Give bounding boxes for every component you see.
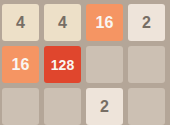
tile-2-r1c4: 2: [128, 4, 165, 41]
tile-16-r1c3: 16: [86, 4, 123, 41]
tile-4-r1c2: 4: [44, 4, 81, 41]
empty-cell-r3c1: [2, 88, 39, 125]
empty-cell-r2c3: [86, 46, 123, 83]
empty-cell-r3c4: [128, 88, 165, 125]
2048-board[interactable]: 44162161282: [0, 0, 170, 125]
empty-cell-r3c2: [44, 88, 81, 125]
tile-128-r2c2: 128: [44, 46, 81, 83]
tile-2-r3c3: 2: [86, 88, 123, 125]
tile-16-r2c1: 16: [2, 46, 39, 83]
empty-cell-r2c4: [128, 46, 165, 83]
tile-4-r1c1: 4: [2, 4, 39, 41]
